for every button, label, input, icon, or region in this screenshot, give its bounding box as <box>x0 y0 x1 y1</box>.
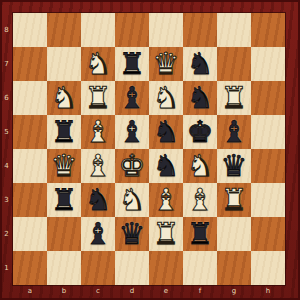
white-bishop-c5-piece[interactable]: ♝ <box>85 115 112 149</box>
square-e3[interactable]: ♝ <box>149 183 183 217</box>
black-knight-f6-piece[interactable]: ♞ <box>187 81 214 115</box>
square-c8[interactable] <box>81 13 115 47</box>
white-rook-e2-piece[interactable]: ♜ <box>153 217 180 251</box>
square-d6[interactable]: ♝ <box>115 81 149 115</box>
square-e5[interactable]: ♞ <box>149 115 183 149</box>
square-g7[interactable] <box>217 47 251 81</box>
white-bishop-c4-piece[interactable]: ♝ <box>85 149 112 183</box>
file-label-c: c <box>81 285 115 300</box>
white-knight-d3-piece[interactable]: ♞ <box>119 183 146 217</box>
square-b4[interactable]: ♛ <box>47 149 81 183</box>
square-a5[interactable] <box>13 115 47 149</box>
white-bishop-e3-piece[interactable]: ♝ <box>153 183 180 217</box>
square-b2[interactable] <box>47 217 81 251</box>
square-g1[interactable] <box>217 251 251 285</box>
square-e6[interactable]: ♞ <box>149 81 183 115</box>
white-knight-e6-piece[interactable]: ♞ <box>153 81 180 115</box>
rank-label-2: 2 <box>0 217 13 251</box>
square-h6[interactable] <box>251 81 285 115</box>
square-h1[interactable] <box>251 251 285 285</box>
square-d2[interactable]: ♛ <box>115 217 149 251</box>
square-h8[interactable] <box>251 13 285 47</box>
square-f4[interactable]: ♞ <box>183 149 217 183</box>
square-e2[interactable]: ♜ <box>149 217 183 251</box>
square-g6[interactable]: ♜ <box>217 81 251 115</box>
black-bishop-c2-piece[interactable]: ♝ <box>85 217 112 251</box>
rank-label-5: 5 <box>0 115 13 149</box>
chess-board: ♞♜♛♞♞♜♝♞♞♜♜♝♝♞♚♝♛♝♚♞♞♛♜♞♞♝♝♜♝♛♜♜ <box>13 13 285 285</box>
file-label-b: b <box>47 285 81 300</box>
rank-label-1: 1 <box>0 251 13 285</box>
file-label-d: d <box>115 285 149 300</box>
square-h7[interactable] <box>251 47 285 81</box>
square-f7[interactable]: ♞ <box>183 47 217 81</box>
square-g3[interactable]: ♜ <box>217 183 251 217</box>
rank-label-4: 4 <box>0 149 13 183</box>
square-d4[interactable]: ♚ <box>115 149 149 183</box>
black-knight-e4-piece[interactable]: ♞ <box>153 149 180 183</box>
white-knight-b6-piece[interactable]: ♞ <box>51 81 78 115</box>
file-labels: abcdefgh <box>13 285 285 300</box>
square-d8[interactable] <box>115 13 149 47</box>
black-queen-g4-piece[interactable]: ♛ <box>221 149 248 183</box>
file-label-a: a <box>13 285 47 300</box>
square-e7[interactable]: ♛ <box>149 47 183 81</box>
black-knight-c3-piece[interactable]: ♞ <box>85 183 112 217</box>
square-d7[interactable]: ♜ <box>115 47 149 81</box>
square-a8[interactable] <box>13 13 47 47</box>
black-rook-d7-piece[interactable]: ♜ <box>119 47 146 81</box>
square-b1[interactable] <box>47 251 81 285</box>
black-bishop-d6-piece[interactable]: ♝ <box>119 81 146 115</box>
square-e8[interactable] <box>149 13 183 47</box>
white-knight-f4-piece[interactable]: ♞ <box>187 149 214 183</box>
black-rook-f2-piece[interactable]: ♜ <box>187 217 214 251</box>
file-label-g: g <box>217 285 251 300</box>
file-label-h: h <box>251 285 285 300</box>
rank-label-6: 6 <box>0 81 13 115</box>
black-rook-b5-piece[interactable]: ♜ <box>51 115 78 149</box>
square-c6[interactable]: ♜ <box>81 81 115 115</box>
square-f8[interactable] <box>183 13 217 47</box>
rank-label-7: 7 <box>0 47 13 81</box>
square-g5[interactable]: ♝ <box>217 115 251 149</box>
rank-label-8: 8 <box>0 13 13 47</box>
square-f1[interactable] <box>183 251 217 285</box>
square-c5[interactable]: ♝ <box>81 115 115 149</box>
square-b6[interactable]: ♞ <box>47 81 81 115</box>
square-f3[interactable]: ♝ <box>183 183 217 217</box>
square-h5[interactable] <box>251 115 285 149</box>
square-g8[interactable] <box>217 13 251 47</box>
square-a1[interactable] <box>13 251 47 285</box>
square-g4[interactable]: ♛ <box>217 149 251 183</box>
square-c3[interactable]: ♞ <box>81 183 115 217</box>
white-rook-c6-piece[interactable]: ♜ <box>85 81 112 115</box>
square-c2[interactable]: ♝ <box>81 217 115 251</box>
square-b5[interactable]: ♜ <box>47 115 81 149</box>
square-e1[interactable] <box>149 251 183 285</box>
square-c4[interactable]: ♝ <box>81 149 115 183</box>
square-c7[interactable]: ♞ <box>81 47 115 81</box>
black-bishop-d5-piece[interactable]: ♝ <box>119 115 146 149</box>
square-c1[interactable] <box>81 251 115 285</box>
white-knight-c7-piece[interactable]: ♞ <box>85 47 112 81</box>
square-d3[interactable]: ♞ <box>115 183 149 217</box>
chess-board-frame: 87654321 abcdefgh ♞♜♛♞♞♜♝♞♞♜♜♝♝♞♚♝♛♝♚♞♞♛… <box>0 0 300 300</box>
white-bishop-f3-piece[interactable]: ♝ <box>187 183 214 217</box>
black-knight-f7-piece[interactable]: ♞ <box>187 47 214 81</box>
black-bishop-g5-piece[interactable]: ♝ <box>221 115 248 149</box>
square-a7[interactable] <box>13 47 47 81</box>
square-f2[interactable]: ♜ <box>183 217 217 251</box>
black-knight-e5-piece[interactable]: ♞ <box>153 115 180 149</box>
file-label-e: e <box>149 285 183 300</box>
square-b8[interactable] <box>47 13 81 47</box>
square-b7[interactable] <box>47 47 81 81</box>
square-b3[interactable]: ♜ <box>47 183 81 217</box>
square-a6[interactable] <box>13 81 47 115</box>
square-h3[interactable] <box>251 183 285 217</box>
rank-labels: 87654321 <box>0 13 13 285</box>
square-e4[interactable]: ♞ <box>149 149 183 183</box>
square-h2[interactable] <box>251 217 285 251</box>
square-g2[interactable] <box>217 217 251 251</box>
square-a2[interactable] <box>13 217 47 251</box>
square-a4[interactable] <box>13 149 47 183</box>
black-king-f5-piece[interactable]: ♚ <box>187 115 214 149</box>
white-rook-g6-piece[interactable]: ♜ <box>221 81 248 115</box>
square-d1[interactable] <box>115 251 149 285</box>
file-label-f: f <box>183 285 217 300</box>
white-queen-b4-piece[interactable]: ♛ <box>51 149 78 183</box>
square-f6[interactable]: ♞ <box>183 81 217 115</box>
white-queen-e7-piece[interactable]: ♛ <box>153 47 180 81</box>
square-f5[interactable]: ♚ <box>183 115 217 149</box>
white-rook-g3-piece[interactable]: ♜ <box>221 183 248 217</box>
rank-label-3: 3 <box>0 183 13 217</box>
black-rook-b3-piece[interactable]: ♜ <box>51 183 78 217</box>
square-a3[interactable] <box>13 183 47 217</box>
white-king-d4-piece[interactable]: ♚ <box>119 149 146 183</box>
black-queen-d2-piece[interactable]: ♛ <box>119 217 146 251</box>
square-h4[interactable] <box>251 149 285 183</box>
square-d5[interactable]: ♝ <box>115 115 149 149</box>
